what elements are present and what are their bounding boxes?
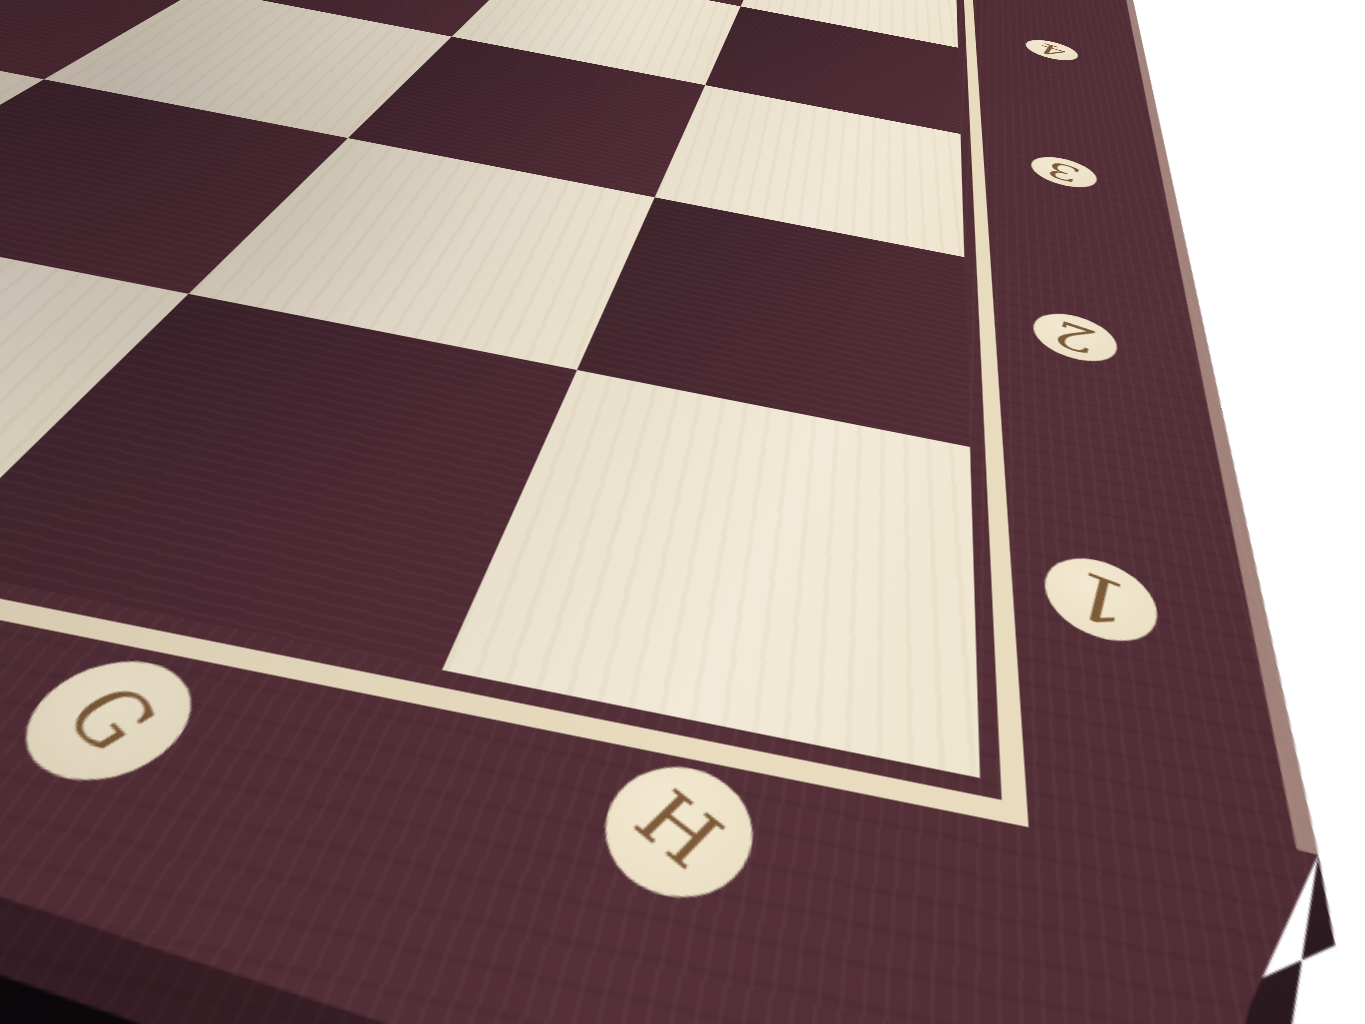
file-label-g-text: G — [47, 675, 171, 765]
file-label-h-text: H — [621, 779, 735, 881]
board-photo: G H 1 2 3 4 — [0, 0, 1365, 1024]
